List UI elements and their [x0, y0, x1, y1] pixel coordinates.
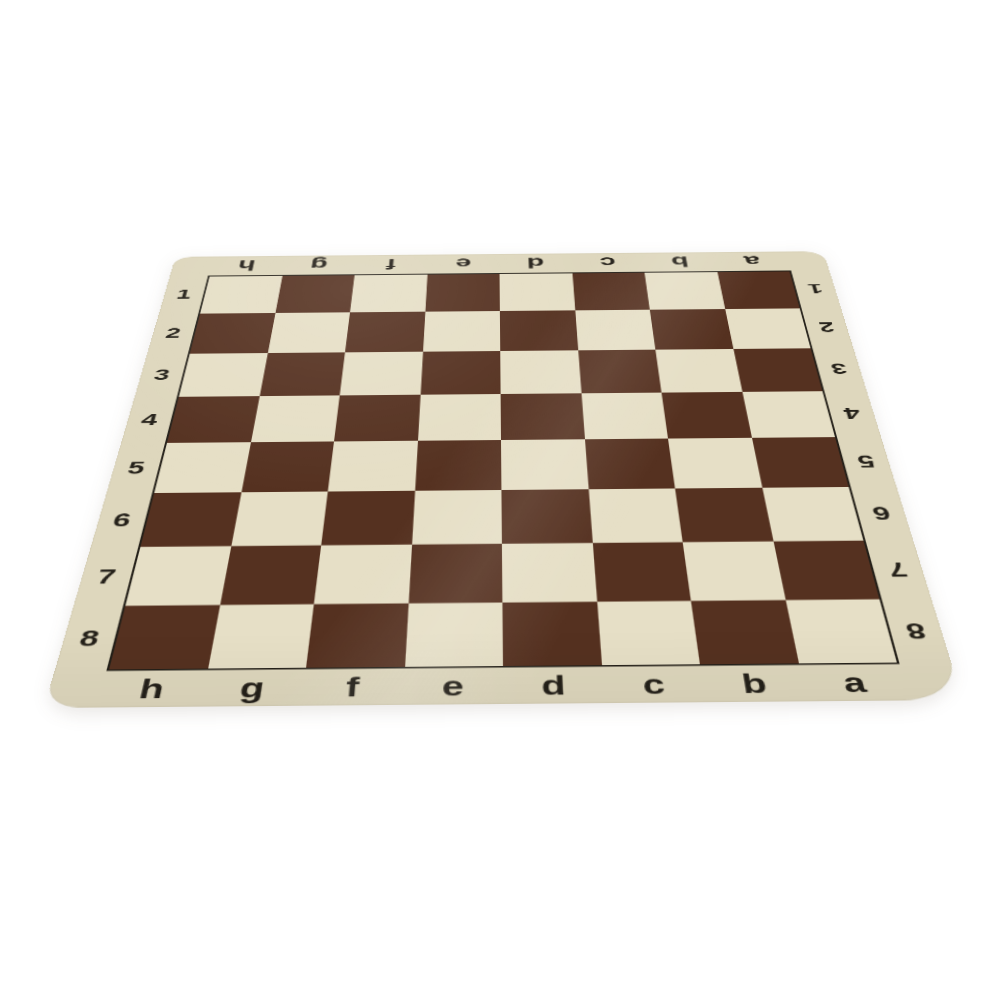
square-h6[interactable] [140, 492, 241, 547]
square-a5[interactable] [751, 437, 848, 487]
file-label-top-g: g [281, 255, 356, 274]
square-b4[interactable] [661, 392, 751, 439]
file-label-top-a: a [714, 252, 791, 271]
square-e4[interactable] [418, 394, 501, 441]
square-b1[interactable] [645, 272, 725, 310]
board-tilt-wrapper: hgfedcba hgfedcba 12345678 12345678 [118, 57, 885, 824]
file-label-bottom-c: c [602, 666, 706, 703]
file-label-top-e: e [427, 254, 500, 273]
square-d3[interactable] [500, 350, 581, 394]
square-h2[interactable] [190, 313, 275, 354]
square-a4[interactable] [742, 391, 835, 438]
square-a6[interactable] [762, 487, 864, 542]
square-b7[interactable] [683, 541, 786, 600]
square-c7[interactable] [592, 542, 691, 601]
square-d5[interactable] [501, 439, 588, 490]
square-e6[interactable] [412, 490, 502, 545]
square-h3[interactable] [179, 353, 268, 397]
file-label-top-d: d [499, 254, 572, 273]
square-h5[interactable] [154, 442, 250, 493]
square-e1[interactable] [425, 274, 500, 312]
square-g1[interactable] [275, 275, 355, 313]
square-e2[interactable] [423, 311, 501, 352]
square-e8[interactable] [405, 602, 503, 667]
square-h1[interactable] [200, 276, 282, 314]
square-g2[interactable] [267, 312, 350, 353]
square-h7[interactable] [125, 546, 230, 605]
board-grid [106, 270, 899, 671]
file-label-bottom-a: a [800, 664, 909, 701]
file-label-top-b: b [643, 252, 719, 271]
square-g4[interactable] [251, 395, 340, 442]
square-f2[interactable] [345, 312, 425, 353]
square-g7[interactable] [220, 545, 321, 604]
square-f1[interactable] [350, 274, 427, 312]
square-c3[interactable] [578, 350, 662, 394]
square-f8[interactable] [306, 603, 408, 668]
square-g8[interactable] [208, 604, 314, 669]
square-d7[interactable] [502, 543, 597, 602]
chessboard-mat: hgfedcba hgfedcba 12345678 12345678 [44, 251, 963, 707]
file-label-top-h: h [208, 256, 284, 275]
file-label-bottom-e: e [402, 668, 504, 705]
square-e7[interactable] [408, 544, 502, 603]
square-g5[interactable] [241, 441, 334, 492]
square-d1[interactable] [500, 273, 575, 311]
square-b2[interactable] [650, 309, 733, 350]
square-c5[interactable] [584, 439, 675, 489]
square-e3[interactable] [420, 351, 500, 395]
square-a2[interactable] [725, 308, 811, 349]
square-g3[interactable] [259, 352, 345, 396]
square-b6[interactable] [675, 488, 773, 543]
square-f3[interactable] [340, 352, 423, 396]
square-b3[interactable] [655, 349, 741, 393]
file-label-bottom-d: d [503, 667, 605, 704]
square-b8[interactable] [691, 600, 798, 664]
square-a3[interactable] [733, 348, 822, 391]
square-f5[interactable] [328, 441, 418, 492]
square-g6[interactable] [231, 491, 328, 546]
square-d6[interactable] [501, 489, 592, 544]
square-f4[interactable] [334, 395, 420, 442]
file-label-bottom-h: h [97, 670, 205, 707]
square-d2[interactable] [500, 310, 578, 351]
file-label-top-c: c [571, 253, 645, 272]
square-d8[interactable] [502, 601, 601, 666]
vinyl-mat-surface: hgfedcba hgfedcba 12345678 12345678 [44, 251, 963, 707]
file-label-top-f: f [354, 255, 428, 274]
square-h4[interactable] [167, 396, 259, 443]
file-labels-bottom: hgfedcba [97, 664, 909, 707]
square-c1[interactable] [572, 272, 650, 310]
square-c6[interactable] [588, 488, 682, 543]
file-label-bottom-g: g [199, 669, 305, 706]
square-b5[interactable] [668, 438, 762, 488]
square-c2[interactable] [575, 310, 656, 351]
square-a1[interactable] [717, 271, 800, 309]
square-c8[interactable] [597, 601, 700, 666]
square-f7[interactable] [314, 544, 412, 603]
square-a8[interactable] [785, 599, 897, 663]
square-a7[interactable] [773, 541, 879, 600]
file-label-bottom-f: f [300, 668, 404, 705]
square-c4[interactable] [581, 392, 668, 439]
square-f6[interactable] [321, 491, 414, 546]
square-e5[interactable] [415, 440, 502, 491]
square-d4[interactable] [501, 393, 585, 440]
photo-background: hgfedcba hgfedcba 12345678 12345678 [0, 0, 1002, 1002]
file-label-bottom-b: b [701, 665, 808, 702]
square-h8[interactable] [109, 605, 220, 670]
